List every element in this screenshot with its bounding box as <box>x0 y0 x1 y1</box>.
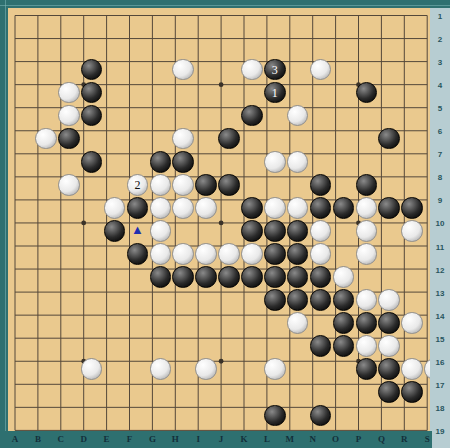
intersection-O2[interactable] <box>332 35 355 58</box>
intersection-E1[interactable] <box>103 12 126 35</box>
intersection-N2[interactable] <box>309 35 332 58</box>
intersection-D9[interactable] <box>80 196 103 219</box>
intersection-E15[interactable] <box>103 335 126 358</box>
intersection-H1[interactable] <box>172 12 195 35</box>
intersection-P7[interactable] <box>355 150 378 173</box>
intersection-I16[interactable] <box>195 358 218 381</box>
intersection-F11[interactable] <box>126 242 149 265</box>
intersection-L16[interactable] <box>263 358 286 381</box>
intersection-D5[interactable] <box>80 104 103 127</box>
intersection-N13[interactable] <box>309 289 332 312</box>
intersection-C7[interactable] <box>57 150 80 173</box>
intersection-G4[interactable] <box>149 81 172 104</box>
intersection-D3[interactable] <box>80 58 103 81</box>
intersection-K1[interactable] <box>240 12 263 35</box>
intersection-K5[interactable] <box>240 104 263 127</box>
intersection-O12[interactable] <box>332 265 355 288</box>
intersection-F13[interactable] <box>126 289 149 312</box>
intersection-F3[interactable] <box>126 58 149 81</box>
intersection-M12[interactable] <box>286 265 309 288</box>
intersection-J6[interactable] <box>218 127 241 150</box>
intersection-A7[interactable] <box>12 150 35 173</box>
intersection-L10[interactable] <box>263 219 286 242</box>
intersection-A12[interactable] <box>12 265 35 288</box>
intersection-C15[interactable] <box>57 335 80 358</box>
intersection-H9[interactable] <box>172 196 195 219</box>
intersection-J5[interactable] <box>218 104 241 127</box>
intersection-N18[interactable] <box>309 404 332 427</box>
intersection-P18[interactable] <box>355 404 378 427</box>
intersection-R17[interactable] <box>401 381 424 404</box>
intersection-E7[interactable] <box>103 150 126 173</box>
intersection-B5[interactable] <box>34 104 57 127</box>
intersection-G11[interactable] <box>149 242 172 265</box>
intersection-R2[interactable] <box>401 35 424 58</box>
intersection-P5[interactable] <box>355 104 378 127</box>
intersection-I10[interactable] <box>195 219 218 242</box>
intersection-B6[interactable] <box>34 127 57 150</box>
intersection-J1[interactable] <box>218 12 241 35</box>
intersection-E4[interactable] <box>103 81 126 104</box>
intersection-A15[interactable] <box>12 335 35 358</box>
intersection-H15[interactable] <box>172 335 195 358</box>
intersection-M15[interactable] <box>286 335 309 358</box>
intersection-I4[interactable] <box>195 81 218 104</box>
intersection-H14[interactable] <box>172 312 195 335</box>
intersection-G3[interactable] <box>149 58 172 81</box>
intersection-M13[interactable] <box>286 289 309 312</box>
intersection-R7[interactable] <box>401 150 424 173</box>
intersection-L14[interactable] <box>263 312 286 335</box>
intersection-J11[interactable] <box>218 242 241 265</box>
intersection-G14[interactable] <box>149 312 172 335</box>
intersection-O10[interactable] <box>332 219 355 242</box>
intersection-R8[interactable] <box>401 173 424 196</box>
intersection-M17[interactable] <box>286 381 309 404</box>
intersection-K15[interactable] <box>240 335 263 358</box>
intersection-Q11[interactable] <box>378 242 401 265</box>
intersection-B1[interactable] <box>34 12 57 35</box>
intersection-R11[interactable] <box>401 242 424 265</box>
intersection-D15[interactable] <box>80 335 103 358</box>
intersection-N15[interactable] <box>309 335 332 358</box>
intersection-A2[interactable] <box>12 35 35 58</box>
intersection-D17[interactable] <box>80 381 103 404</box>
intersection-K10[interactable] <box>240 219 263 242</box>
intersection-O15[interactable] <box>332 335 355 358</box>
intersection-F8[interactable]: 2 <box>126 173 149 196</box>
intersection-C14[interactable] <box>57 312 80 335</box>
intersection-F15[interactable] <box>126 335 149 358</box>
intersection-H17[interactable] <box>172 381 195 404</box>
intersection-M16[interactable] <box>286 358 309 381</box>
intersection-M4[interactable] <box>286 81 309 104</box>
intersection-P14[interactable] <box>355 312 378 335</box>
intersection-P15[interactable] <box>355 335 378 358</box>
intersection-M1[interactable] <box>286 12 309 35</box>
intersection-L15[interactable] <box>263 335 286 358</box>
intersection-I8[interactable] <box>195 173 218 196</box>
intersection-Q4[interactable] <box>378 81 401 104</box>
intersection-Q1[interactable] <box>378 12 401 35</box>
intersection-E13[interactable] <box>103 289 126 312</box>
intersection-C6[interactable] <box>57 127 80 150</box>
intersection-N11[interactable] <box>309 242 332 265</box>
intersection-P3[interactable] <box>355 58 378 81</box>
intersection-N9[interactable] <box>309 196 332 219</box>
intersection-N10[interactable] <box>309 219 332 242</box>
intersection-H8[interactable] <box>172 173 195 196</box>
intersection-O1[interactable] <box>332 12 355 35</box>
intersection-M6[interactable] <box>286 127 309 150</box>
intersection-F10[interactable]: ▲ <box>126 219 149 242</box>
intersection-I6[interactable] <box>195 127 218 150</box>
intersection-L18[interactable] <box>263 404 286 427</box>
intersection-R10[interactable] <box>401 219 424 242</box>
intersection-M11[interactable] <box>286 242 309 265</box>
intersection-D7[interactable] <box>80 150 103 173</box>
intersection-C11[interactable] <box>57 242 80 265</box>
intersection-D11[interactable] <box>80 242 103 265</box>
intersection-G1[interactable] <box>149 12 172 35</box>
intersection-D14[interactable] <box>80 312 103 335</box>
intersection-Q13[interactable] <box>378 289 401 312</box>
intersection-R5[interactable] <box>401 104 424 127</box>
intersection-O3[interactable] <box>332 58 355 81</box>
intersection-D1[interactable] <box>80 12 103 35</box>
intersection-R15[interactable] <box>401 335 424 358</box>
intersection-F2[interactable] <box>126 35 149 58</box>
intersection-N12[interactable] <box>309 265 332 288</box>
intersection-G8[interactable] <box>149 173 172 196</box>
intersection-A5[interactable] <box>12 104 35 127</box>
intersection-K17[interactable] <box>240 381 263 404</box>
intersection-E2[interactable] <box>103 35 126 58</box>
intersection-N14[interactable] <box>309 312 332 335</box>
intersection-D12[interactable] <box>80 265 103 288</box>
intersection-G15[interactable] <box>149 335 172 358</box>
intersection-H12[interactable] <box>172 265 195 288</box>
intersection-R4[interactable] <box>401 81 424 104</box>
intersection-F5[interactable] <box>126 104 149 127</box>
intersection-K13[interactable] <box>240 289 263 312</box>
intersection-K11[interactable] <box>240 242 263 265</box>
intersection-F14[interactable] <box>126 312 149 335</box>
intersection-R14[interactable] <box>401 312 424 335</box>
intersection-M8[interactable] <box>286 173 309 196</box>
intersection-A8[interactable] <box>12 173 35 196</box>
intersection-F1[interactable] <box>126 12 149 35</box>
intersection-L17[interactable] <box>263 381 286 404</box>
intersection-C2[interactable] <box>57 35 80 58</box>
intersection-L6[interactable] <box>263 127 286 150</box>
intersection-A16[interactable] <box>12 358 35 381</box>
intersection-O8[interactable] <box>332 173 355 196</box>
intersection-B8[interactable] <box>34 173 57 196</box>
intersection-R16[interactable] <box>401 358 424 381</box>
intersection-F16[interactable] <box>126 358 149 381</box>
intersection-I7[interactable] <box>195 150 218 173</box>
intersection-P11[interactable] <box>355 242 378 265</box>
intersection-L12[interactable] <box>263 265 286 288</box>
intersection-M2[interactable] <box>286 35 309 58</box>
intersection-O13[interactable] <box>332 289 355 312</box>
intersection-H7[interactable] <box>172 150 195 173</box>
intersection-H6[interactable] <box>172 127 195 150</box>
intersection-G16[interactable] <box>149 358 172 381</box>
intersection-R12[interactable] <box>401 265 424 288</box>
intersection-R18[interactable] <box>401 404 424 427</box>
intersection-P9[interactable] <box>355 196 378 219</box>
intersection-P8[interactable] <box>355 173 378 196</box>
intersection-C5[interactable] <box>57 104 80 127</box>
intersection-Q16[interactable] <box>378 358 401 381</box>
intersection-F9[interactable] <box>126 196 149 219</box>
intersection-G9[interactable] <box>149 196 172 219</box>
intersection-L3[interactable]: 3 <box>263 58 286 81</box>
intersection-A10[interactable] <box>12 219 35 242</box>
intersection-L9[interactable] <box>263 196 286 219</box>
intersection-G2[interactable] <box>149 35 172 58</box>
intersection-K8[interactable] <box>240 173 263 196</box>
intersection-C1[interactable] <box>57 12 80 35</box>
intersection-Q8[interactable] <box>378 173 401 196</box>
intersection-J7[interactable] <box>218 150 241 173</box>
intersection-P17[interactable] <box>355 381 378 404</box>
intersection-E3[interactable] <box>103 58 126 81</box>
intersection-R3[interactable] <box>401 58 424 81</box>
intersection-E11[interactable] <box>103 242 126 265</box>
intersection-C10[interactable] <box>57 219 80 242</box>
intersection-F17[interactable] <box>126 381 149 404</box>
intersection-R6[interactable] <box>401 127 424 150</box>
intersection-I1[interactable] <box>195 12 218 35</box>
intersection-P6[interactable] <box>355 127 378 150</box>
intersection-L4[interactable]: 1 <box>263 81 286 104</box>
intersection-B15[interactable] <box>34 335 57 358</box>
intersection-I12[interactable] <box>195 265 218 288</box>
intersection-H10[interactable] <box>172 219 195 242</box>
intersection-N3[interactable] <box>309 58 332 81</box>
intersection-D8[interactable] <box>80 173 103 196</box>
intersection-O6[interactable] <box>332 127 355 150</box>
intersection-G10[interactable] <box>149 219 172 242</box>
intersection-A18[interactable] <box>12 404 35 427</box>
intersection-O5[interactable] <box>332 104 355 127</box>
intersection-C9[interactable] <box>57 196 80 219</box>
intersection-I2[interactable] <box>195 35 218 58</box>
intersection-R9[interactable] <box>401 196 424 219</box>
intersection-N4[interactable] <box>309 81 332 104</box>
intersection-C4[interactable] <box>57 81 80 104</box>
intersection-K2[interactable] <box>240 35 263 58</box>
intersection-I5[interactable] <box>195 104 218 127</box>
intersection-Q9[interactable] <box>378 196 401 219</box>
intersection-A3[interactable] <box>12 58 35 81</box>
intersection-Q6[interactable] <box>378 127 401 150</box>
intersection-E18[interactable] <box>103 404 126 427</box>
intersection-B2[interactable] <box>34 35 57 58</box>
intersection-Q15[interactable] <box>378 335 401 358</box>
intersection-H18[interactable] <box>172 404 195 427</box>
intersection-M10[interactable] <box>286 219 309 242</box>
intersection-Q14[interactable] <box>378 312 401 335</box>
intersection-P4[interactable] <box>355 81 378 104</box>
intersection-M18[interactable] <box>286 404 309 427</box>
intersection-M5[interactable] <box>286 104 309 127</box>
intersection-F7[interactable] <box>126 150 149 173</box>
intersection-N17[interactable] <box>309 381 332 404</box>
intersection-B7[interactable] <box>34 150 57 173</box>
intersection-G12[interactable] <box>149 265 172 288</box>
intersection-O11[interactable] <box>332 242 355 265</box>
intersection-N8[interactable] <box>309 173 332 196</box>
intersection-B16[interactable] <box>34 358 57 381</box>
intersection-M14[interactable] <box>286 312 309 335</box>
intersection-N1[interactable] <box>309 12 332 35</box>
intersection-K12[interactable] <box>240 265 263 288</box>
intersection-M3[interactable] <box>286 58 309 81</box>
intersection-G5[interactable] <box>149 104 172 127</box>
intersection-H2[interactable] <box>172 35 195 58</box>
intersection-I14[interactable] <box>195 312 218 335</box>
intersection-K14[interactable] <box>240 312 263 335</box>
intersection-A14[interactable] <box>12 312 35 335</box>
intersection-J4[interactable] <box>218 81 241 104</box>
intersection-F18[interactable] <box>126 404 149 427</box>
intersection-P2[interactable] <box>355 35 378 58</box>
intersection-I3[interactable] <box>195 58 218 81</box>
intersection-P10[interactable] <box>355 219 378 242</box>
intersection-P1[interactable] <box>355 12 378 35</box>
intersection-H5[interactable] <box>172 104 195 127</box>
intersection-D16[interactable] <box>80 358 103 381</box>
intersection-D2[interactable] <box>80 35 103 58</box>
intersection-O17[interactable] <box>332 381 355 404</box>
intersection-D6[interactable] <box>80 127 103 150</box>
intersection-A11[interactable] <box>12 242 35 265</box>
intersection-L11[interactable] <box>263 242 286 265</box>
intersection-B18[interactable] <box>34 404 57 427</box>
intersection-B11[interactable] <box>34 242 57 265</box>
intersection-J16[interactable] <box>218 358 241 381</box>
intersection-J12[interactable] <box>218 265 241 288</box>
intersection-E16[interactable] <box>103 358 126 381</box>
intersection-Q7[interactable] <box>378 150 401 173</box>
intersection-O14[interactable] <box>332 312 355 335</box>
intersection-K7[interactable] <box>240 150 263 173</box>
intersection-I18[interactable] <box>195 404 218 427</box>
intersection-E9[interactable] <box>103 196 126 219</box>
intersection-D10[interactable] <box>80 219 103 242</box>
intersection-C16[interactable] <box>57 358 80 381</box>
intersection-J9[interactable] <box>218 196 241 219</box>
intersection-J14[interactable] <box>218 312 241 335</box>
intersection-B14[interactable] <box>34 312 57 335</box>
intersection-I15[interactable] <box>195 335 218 358</box>
intersection-H11[interactable] <box>172 242 195 265</box>
intersection-L2[interactable] <box>263 35 286 58</box>
intersection-K16[interactable] <box>240 358 263 381</box>
intersection-D13[interactable] <box>80 289 103 312</box>
intersection-G6[interactable] <box>149 127 172 150</box>
intersection-K18[interactable] <box>240 404 263 427</box>
intersection-P13[interactable] <box>355 289 378 312</box>
intersection-G7[interactable] <box>149 150 172 173</box>
intersection-Q3[interactable] <box>378 58 401 81</box>
intersection-R1[interactable] <box>401 12 424 35</box>
intersection-A9[interactable] <box>12 196 35 219</box>
intersection-L8[interactable] <box>263 173 286 196</box>
intersection-I11[interactable] <box>195 242 218 265</box>
intersection-L13[interactable] <box>263 289 286 312</box>
intersection-J10[interactable] <box>218 219 241 242</box>
intersection-Q17[interactable] <box>378 381 401 404</box>
intersection-J15[interactable] <box>218 335 241 358</box>
intersection-N16[interactable] <box>309 358 332 381</box>
intersection-D4[interactable] <box>80 81 103 104</box>
intersection-A4[interactable] <box>12 81 35 104</box>
intersection-Q2[interactable] <box>378 35 401 58</box>
intersection-E5[interactable] <box>103 104 126 127</box>
intersection-N7[interactable] <box>309 150 332 173</box>
intersection-C12[interactable] <box>57 265 80 288</box>
intersection-C18[interactable] <box>57 404 80 427</box>
intersection-Q10[interactable] <box>378 219 401 242</box>
intersection-K9[interactable] <box>240 196 263 219</box>
intersection-K4[interactable] <box>240 81 263 104</box>
intersection-K3[interactable] <box>240 58 263 81</box>
intersection-C17[interactable] <box>57 381 80 404</box>
intersection-A13[interactable] <box>12 289 35 312</box>
intersection-F12[interactable] <box>126 265 149 288</box>
intersection-B13[interactable] <box>34 289 57 312</box>
intersection-H4[interactable] <box>172 81 195 104</box>
intersection-L7[interactable] <box>263 150 286 173</box>
intersection-P12[interactable] <box>355 265 378 288</box>
intersection-I17[interactable] <box>195 381 218 404</box>
intersection-B10[interactable] <box>34 219 57 242</box>
intersection-F6[interactable] <box>126 127 149 150</box>
intersection-B12[interactable] <box>34 265 57 288</box>
intersection-J18[interactable] <box>218 404 241 427</box>
intersection-E6[interactable] <box>103 127 126 150</box>
intersection-I9[interactable] <box>195 196 218 219</box>
intersection-O4[interactable] <box>332 81 355 104</box>
intersection-A1[interactable] <box>12 12 35 35</box>
intersection-J13[interactable] <box>218 289 241 312</box>
intersection-O16[interactable] <box>332 358 355 381</box>
intersection-E17[interactable] <box>103 381 126 404</box>
intersection-E14[interactable] <box>103 312 126 335</box>
intersection-E8[interactable] <box>103 173 126 196</box>
intersection-G18[interactable] <box>149 404 172 427</box>
intersection-P16[interactable] <box>355 358 378 381</box>
intersection-A6[interactable] <box>12 127 35 150</box>
intersection-C8[interactable] <box>57 173 80 196</box>
intersection-N6[interactable] <box>309 127 332 150</box>
intersection-C3[interactable] <box>57 58 80 81</box>
intersection-B3[interactable] <box>34 58 57 81</box>
intersection-B9[interactable] <box>34 196 57 219</box>
intersection-A17[interactable] <box>12 381 35 404</box>
intersection-O18[interactable] <box>332 404 355 427</box>
intersection-H3[interactable] <box>172 58 195 81</box>
intersection-L1[interactable] <box>263 12 286 35</box>
intersection-J8[interactable] <box>218 173 241 196</box>
intersection-E10[interactable] <box>103 219 126 242</box>
intersection-G17[interactable] <box>149 381 172 404</box>
